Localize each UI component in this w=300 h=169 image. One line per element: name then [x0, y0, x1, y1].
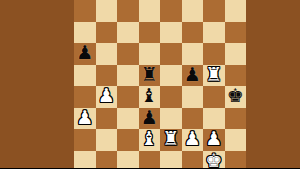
square-g7 [203, 22, 225, 44]
black-bishop-d4: ♝ [141, 85, 158, 107]
square-b4: ♟ [96, 86, 118, 108]
black-king-h4: ♚ [227, 85, 244, 107]
square-b7 [96, 22, 118, 44]
white-rook-e2: ♜ [162, 128, 179, 150]
square-d6 [139, 43, 161, 65]
black-rook-d5: ♜ [141, 64, 158, 86]
square-f2: ♟ [182, 129, 204, 151]
square-a1 [74, 151, 96, 169]
square-f1 [182, 151, 204, 169]
white-pawn-a3: ♟ [76, 107, 93, 129]
white-king-g1: ♚ [205, 150, 222, 169]
white-bishop-d2: ♝ [141, 128, 158, 150]
square-d8 [139, 0, 161, 22]
square-c3 [117, 108, 139, 130]
square-g3 [203, 108, 225, 130]
square-c7 [117, 22, 139, 44]
square-g5: ♜ [203, 65, 225, 87]
video-frame: ♟♜♟♜♟♝♚♟♟♝♜♟♟♚ [0, 0, 300, 168]
square-e5 [160, 65, 182, 87]
square-g4 [203, 86, 225, 108]
square-b3 [96, 108, 118, 130]
square-c5 [117, 65, 139, 87]
square-e1 [160, 151, 182, 169]
square-b5 [96, 65, 118, 87]
square-g8 [203, 0, 225, 22]
white-pawn-f2: ♟ [184, 128, 201, 150]
square-a6: ♟ [74, 43, 96, 65]
square-c4 [117, 86, 139, 108]
square-a4 [74, 86, 96, 108]
square-c6 [117, 43, 139, 65]
square-b1 [96, 151, 118, 169]
square-h4: ♚ [225, 86, 247, 108]
square-f4 [182, 86, 204, 108]
square-h7 [225, 22, 247, 44]
white-pawn-g2: ♟ [205, 128, 222, 150]
square-g1: ♚ [203, 151, 225, 169]
square-b8 [96, 0, 118, 22]
square-h3 [225, 108, 247, 130]
chess-board: ♟♜♟♜♟♝♚♟♟♝♜♟♟♚ [74, 0, 246, 168]
square-a7 [74, 22, 96, 44]
square-h8 [225, 0, 247, 22]
square-d7 [139, 22, 161, 44]
square-h6 [225, 43, 247, 65]
square-a2 [74, 129, 96, 151]
square-e2: ♜ [160, 129, 182, 151]
black-pawn-d3: ♟ [141, 107, 158, 129]
white-pawn-b4: ♟ [98, 85, 115, 107]
black-pawn-f5: ♟ [184, 64, 201, 86]
black-pawn-a6: ♟ [76, 42, 93, 64]
square-c2 [117, 129, 139, 151]
square-a5 [74, 65, 96, 87]
square-d2: ♝ [139, 129, 161, 151]
square-e3 [160, 108, 182, 130]
square-h1 [225, 151, 247, 169]
white-rook-g5: ♜ [205, 64, 222, 86]
square-d5: ♜ [139, 65, 161, 87]
square-b2 [96, 129, 118, 151]
square-e7 [160, 22, 182, 44]
square-f8 [182, 0, 204, 22]
square-f3 [182, 108, 204, 130]
square-h2 [225, 129, 247, 151]
square-d3: ♟ [139, 108, 161, 130]
square-a8 [74, 0, 96, 22]
square-g6 [203, 43, 225, 65]
square-c8 [117, 0, 139, 22]
square-c1 [117, 151, 139, 169]
square-e6 [160, 43, 182, 65]
square-d1 [139, 151, 161, 169]
square-f6 [182, 43, 204, 65]
square-e4 [160, 86, 182, 108]
square-f5: ♟ [182, 65, 204, 87]
square-h5 [225, 65, 247, 87]
square-e8 [160, 0, 182, 22]
square-a3: ♟ [74, 108, 96, 130]
square-f7 [182, 22, 204, 44]
square-b6 [96, 43, 118, 65]
square-g2: ♟ [203, 129, 225, 151]
square-d4: ♝ [139, 86, 161, 108]
